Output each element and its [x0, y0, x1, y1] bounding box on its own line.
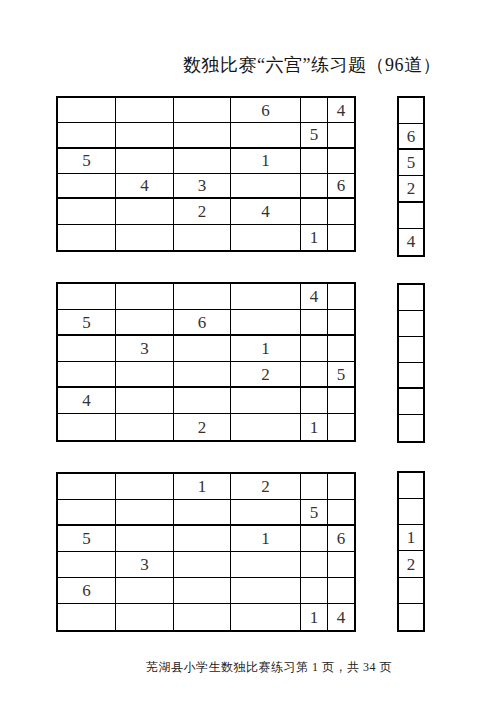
- puzzle-grid-1-cell-r2c3: [174, 123, 231, 148]
- answer-strip-2-cell-r1c1: [399, 285, 423, 311]
- puzzle-grid-2-cell-r6c6: [328, 414, 354, 440]
- puzzle-grid-1-cell-r4c3: 3: [174, 174, 231, 199]
- puzzle-grid-1-cell-r1c5: [301, 98, 328, 123]
- puzzle-grid-3-cell-r2c6: [328, 500, 354, 526]
- puzzle-grid-3-cell-r3c6: 6: [328, 526, 354, 552]
- puzzle-grid-3-cell-r1c1: [58, 474, 116, 500]
- answer-strip-2-cell-r2c1: [399, 311, 423, 337]
- puzzle-grid-1-cell-r3c5: [301, 149, 328, 174]
- puzzle-grid-3-cell-r1c2: [116, 474, 174, 500]
- puzzle-grid-1-cell-r3c3: [174, 149, 231, 174]
- puzzle-grid-3-cell-r4c5: [301, 552, 328, 578]
- puzzle-grid-3-cell-r5c5: [301, 578, 328, 604]
- answer-strip-3: 12: [397, 471, 425, 632]
- puzzle-grid-2-cell-r5c2: [116, 388, 174, 414]
- answer-strip-1-cell-r4c1: 2: [399, 176, 423, 202]
- puzzle-grid-1-cell-r2c1: [58, 123, 116, 148]
- puzzle-grid-3-cell-r6c1: [58, 604, 116, 630]
- puzzle-grid-3-cell-r1c4: 2: [231, 474, 301, 500]
- puzzle-grid-2-cell-r3c4: 1: [231, 336, 301, 362]
- puzzle-grid-1: 64551436241: [56, 96, 356, 252]
- puzzle-grid-3-cell-r3c1: 5: [58, 526, 116, 552]
- puzzle-grid-3-cell-r1c6: [328, 474, 354, 500]
- answer-strip-3-cell-r6c1: [399, 604, 423, 630]
- puzzle-grid-1-cell-r3c2: [116, 149, 174, 174]
- answer-strip-1-cell-r5c1: [399, 203, 423, 229]
- puzzle-grid-1-cell-r4c1: [58, 174, 116, 199]
- puzzle-grid-1-cell-r6c1: [58, 225, 116, 250]
- answer-strip-3-cell-r1c1: [399, 473, 423, 499]
- puzzle-grid-1-cell-r5c5: [301, 199, 328, 224]
- puzzle-grid-2: 4563125421: [56, 282, 356, 442]
- puzzle-grid-1-cell-r3c6: [328, 149, 354, 174]
- puzzle-grid-2-cell-r4c6: 5: [328, 362, 354, 388]
- puzzle-grid-1-cell-r2c4: [231, 123, 301, 148]
- puzzle-grid-1-cell-r6c5: 1: [301, 225, 328, 250]
- puzzle-grid-1-cell-r6c2: [116, 225, 174, 250]
- answer-strip-2-cell-r4c1: [399, 363, 423, 389]
- puzzle-grid-1-cell-r5c4: 4: [231, 199, 301, 224]
- puzzle-grid-1-cell-r2c2: [116, 123, 174, 148]
- puzzle-grid-3-cell-r2c5: 5: [301, 500, 328, 526]
- answer-strip-1-cell-r2c1: 6: [399, 124, 423, 150]
- puzzle-grid-2-cell-r5c5: [301, 388, 328, 414]
- puzzle-grid-2-cell-r1c6: [328, 284, 354, 310]
- puzzle-grid-2-cell-r2c1: 5: [58, 310, 116, 336]
- puzzle-grid-2-cell-r2c5: [301, 310, 328, 336]
- puzzle-grid-1-cell-r4c6: 6: [328, 174, 354, 199]
- puzzle-grid-3-cell-r6c2: [116, 604, 174, 630]
- answer-strip-1-cell-r1c1: [399, 98, 423, 124]
- puzzle-grid-2-cell-r3c2: 3: [116, 336, 174, 362]
- puzzle-grid-1-cell-r1c1: [58, 98, 116, 123]
- puzzle-grid-3-cell-r3c5: [301, 526, 328, 552]
- puzzle-grid-3-cell-r2c3: [174, 500, 231, 526]
- puzzle-grid-3-cell-r6c3: [174, 604, 231, 630]
- puzzle-grid-1-cell-r1c2: [116, 98, 174, 123]
- answer-strip-2-cell-r5c1: [399, 389, 423, 415]
- puzzle-grid-2-cell-r6c2: [116, 414, 174, 440]
- puzzle-grid-2-cell-r6c5: 1: [301, 414, 328, 440]
- puzzle-grid-2-cell-r5c1: 4: [58, 388, 116, 414]
- puzzle-grid-2-cell-r1c5: 4: [301, 284, 328, 310]
- puzzle-grid-3-cell-r6c4: [231, 604, 301, 630]
- puzzle-grid-2-cell-r2c4: [231, 310, 301, 336]
- puzzle-grid-1-cell-r6c3: [174, 225, 231, 250]
- puzzle-grid-3: 1255163614: [56, 472, 356, 632]
- puzzle-grid-3-cell-r3c2: [116, 526, 174, 552]
- puzzle-grid-1-cell-r5c2: [116, 199, 174, 224]
- answer-strip-2-cell-r3c1: [399, 337, 423, 363]
- puzzle-grid-1-cell-r1c6: 4: [328, 98, 354, 123]
- puzzle-grid-2-cell-r4c4: 2: [231, 362, 301, 388]
- answer-strip-3-cell-r3c1: 1: [399, 525, 423, 551]
- puzzle-grid-3-cell-r6c5: 1: [301, 604, 328, 630]
- puzzle-grid-2-cell-r6c4: [231, 414, 301, 440]
- puzzle-grid-1-cell-r2c6: [328, 123, 354, 148]
- puzzle-grid-3-cell-r5c6: [328, 578, 354, 604]
- answer-strip-3-cell-r2c1: [399, 499, 423, 525]
- puzzle-grid-2-cell-r3c1: [58, 336, 116, 362]
- puzzle-grid-3-cell-r2c1: [58, 500, 116, 526]
- puzzle-grid-1-cell-r6c6: [328, 225, 354, 250]
- puzzle-grid-2-cell-r1c3: [174, 284, 231, 310]
- puzzle-grid-2-cell-r4c3: [174, 362, 231, 388]
- answer-strip-1-cell-r3c1: 5: [399, 150, 423, 176]
- puzzle-grid-3-cell-r2c4: [231, 500, 301, 526]
- puzzle-grid-1-cell-r3c4: 1: [231, 149, 301, 174]
- answer-strip-3-cell-r4c1: 2: [399, 551, 423, 577]
- puzzle-grid-1-cell-r5c1: [58, 199, 116, 224]
- puzzle-grid-1-cell-r1c3: [174, 98, 231, 123]
- page-footer: 芜湖县小学生数独比赛练习第 1 页，共 34 页: [146, 659, 392, 676]
- puzzle-grid-1-cell-r3c1: 5: [58, 149, 116, 174]
- puzzle-grid-3-cell-r3c4: 1: [231, 526, 301, 552]
- puzzle-grid-2-cell-r5c3: [174, 388, 231, 414]
- puzzle-grid-2-cell-r4c2: [116, 362, 174, 388]
- puzzle-grid-1-cell-r6c4: [231, 225, 301, 250]
- puzzle-grid-2-cell-r3c6: [328, 336, 354, 362]
- answer-strip-3-cell-r5c1: [399, 578, 423, 604]
- puzzle-grid-2-cell-r2c3: 6: [174, 310, 231, 336]
- puzzle-grid-3-cell-r3c3: [174, 526, 231, 552]
- puzzle-grid-3-cell-r1c3: 1: [174, 474, 231, 500]
- puzzle-grid-2-cell-r1c2: [116, 284, 174, 310]
- puzzle-grid-2-cell-r2c2: [116, 310, 174, 336]
- puzzle-grid-3-cell-r5c3: [174, 578, 231, 604]
- puzzle-grid-2-cell-r3c5: [301, 336, 328, 362]
- answer-strip-1-cell-r6c1: 4: [399, 229, 423, 255]
- puzzle-grid-3-cell-r4c4: [231, 552, 301, 578]
- puzzle-grid-2-cell-r1c1: [58, 284, 116, 310]
- puzzle-grid-2-cell-r1c4: [231, 284, 301, 310]
- puzzle-grid-3-cell-r6c6: 4: [328, 604, 354, 630]
- answer-strip-2: [397, 283, 425, 443]
- puzzle-grid-3-cell-r2c2: [116, 500, 174, 526]
- puzzle-grid-1-cell-r2c5: 5: [301, 123, 328, 148]
- puzzle-grid-3-cell-r5c1: 6: [58, 578, 116, 604]
- worksheet-page: 数独比赛“六宫”练习题（96道） 64551436241 6524 456312…: [0, 0, 496, 702]
- puzzle-grid-2-cell-r4c1: [58, 362, 116, 388]
- page-title: 数独比赛“六宫”练习题（96道）: [183, 53, 441, 77]
- puzzle-grid-3-cell-r4c1: [58, 552, 116, 578]
- puzzle-grid-2-cell-r2c6: [328, 310, 354, 336]
- puzzle-grid-1-cell-r1c4: 6: [231, 98, 301, 123]
- puzzle-grid-3-cell-r5c4: [231, 578, 301, 604]
- puzzle-grid-2-cell-r5c4: [231, 388, 301, 414]
- puzzle-grid-3-cell-r1c5: [301, 474, 328, 500]
- puzzle-grid-3-cell-r5c2: [116, 578, 174, 604]
- puzzle-grid-3-cell-r4c6: [328, 552, 354, 578]
- puzzle-grid-2-cell-r4c5: [301, 362, 328, 388]
- puzzle-grid-1-cell-r4c5: [301, 174, 328, 199]
- puzzle-grid-1-cell-r5c6: [328, 199, 354, 224]
- puzzle-grid-1-cell-r4c4: [231, 174, 301, 199]
- puzzle-grid-2-cell-r6c3: 2: [174, 414, 231, 440]
- puzzle-grid-2-cell-r5c6: [328, 388, 354, 414]
- puzzle-grid-2-cell-r3c3: [174, 336, 231, 362]
- puzzle-grid-1-cell-r5c3: 2: [174, 199, 231, 224]
- puzzle-grid-3-cell-r4c2: 3: [116, 552, 174, 578]
- puzzle-grid-2-cell-r6c1: [58, 414, 116, 440]
- puzzle-grid-3-cell-r4c3: [174, 552, 231, 578]
- puzzle-grid-1-cell-r4c2: 4: [116, 174, 174, 199]
- answer-strip-2-cell-r6c1: [399, 415, 423, 441]
- answer-strip-1: 6524: [397, 96, 425, 257]
